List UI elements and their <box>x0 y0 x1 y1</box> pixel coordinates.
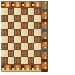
board-square <box>1 36 8 43</box>
board-square <box>8 8 15 15</box>
board-square <box>21 57 28 64</box>
board-square <box>28 50 35 57</box>
board-square <box>14 57 21 64</box>
screenshot-canvas <box>0 0 75 75</box>
board-square <box>21 8 28 15</box>
chessboard-photo <box>1 1 48 72</box>
board-square <box>14 36 21 43</box>
board-square <box>28 22 35 29</box>
board-square <box>14 15 21 22</box>
board-square <box>14 22 21 29</box>
board-square <box>8 29 15 36</box>
board-square <box>8 43 15 50</box>
board-square <box>8 57 15 64</box>
board-square <box>1 15 8 22</box>
board-square <box>8 36 15 43</box>
board-square <box>1 22 8 29</box>
board-square <box>8 15 15 22</box>
board-square <box>1 50 8 57</box>
board-square <box>21 43 28 50</box>
board-square <box>34 43 41 50</box>
board-square <box>28 8 35 15</box>
board-square <box>28 15 35 22</box>
board-square <box>21 36 28 43</box>
board-square <box>34 57 41 64</box>
board-square <box>34 50 41 57</box>
board-square <box>21 50 28 57</box>
board-square <box>1 57 8 64</box>
board-square <box>1 8 8 15</box>
board-square <box>34 22 41 29</box>
board-grid <box>1 8 41 64</box>
board-square <box>34 36 41 43</box>
board-frame-right <box>41 1 48 72</box>
board-square <box>8 22 15 29</box>
board-square <box>21 29 28 36</box>
board-square <box>34 15 41 22</box>
board-square <box>21 15 28 22</box>
board-square <box>14 50 21 57</box>
board-square <box>1 29 8 36</box>
board-square <box>14 29 21 36</box>
board-square <box>28 57 35 64</box>
board-square <box>34 8 41 15</box>
board-square <box>1 43 8 50</box>
board-square <box>14 43 21 50</box>
board-square <box>8 50 15 57</box>
board-square <box>34 29 41 36</box>
board-square <box>28 29 35 36</box>
board-square <box>28 36 35 43</box>
board-square <box>14 8 21 15</box>
board-square <box>21 22 28 29</box>
board-square <box>28 43 35 50</box>
